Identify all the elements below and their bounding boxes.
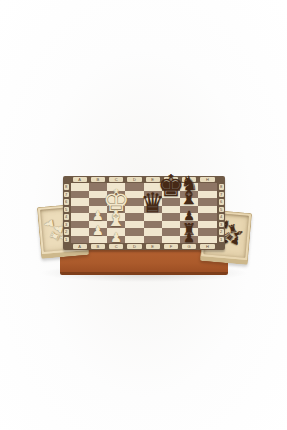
coordinate-label: 7 [64,192,69,198]
coordinate-label: H [200,177,214,182]
coordinate-label: D [127,177,141,182]
white-p-piece-b4[interactable]: ♟ [92,209,104,222]
coordinate-label: 1 [219,237,224,243]
rank-labels-left: 87654321 [64,183,69,243]
rank-labels-right: 87654321 [219,183,224,243]
coordinate-label: 4 [64,214,69,220]
coordinate-label: 2 [64,229,69,235]
product-photo-scene: ♟♟♞♝♜♟ ♟♞♜♝♟♛♟♟ ABCDEFGH ABCDEFGH 876543… [0,0,287,430]
chess-board: ABCDEFGH ABCDEFGH 87654321 87654321 ♚♟♝♟… [63,176,225,250]
coordinate-label: H [200,244,214,249]
coordinate-label: 5 [64,207,69,213]
white-b-piece-c3[interactable]: ♝ [106,208,126,230]
coordinate-label: 4 [219,214,224,220]
coordinate-label: 8 [64,184,69,190]
coordinate-label: 2 [219,229,224,235]
black-q-piece-e5[interactable]: ♛ [141,189,165,216]
coordinate-label: 7 [219,192,224,198]
coordinate-label: 6 [64,199,69,205]
coordinate-label: B [91,244,105,249]
coordinate-label: D [127,244,141,249]
coordinate-label: 8 [219,184,224,190]
white-p-piece-b2[interactable]: ♟ [92,224,104,237]
black-b-piece-g6[interactable]: ♝ [179,186,199,208]
coordinate-label: B [91,177,105,182]
coordinate-label: 3 [64,222,69,228]
coordinate-label: E [146,244,160,249]
coordinate-label: A [73,244,87,249]
white-p-piece-c1[interactable]: ♟ [110,231,122,244]
coordinate-label: A [73,177,87,182]
coordinate-label: 1 [64,237,69,243]
pieces-layer: ♚♟♝♟♟♞♚♝♛♟♜♟ [71,183,217,243]
coordinate-label: F [164,244,178,249]
coordinate-label: 6 [219,199,224,205]
coordinate-label: 5 [219,207,224,213]
coordinate-label: C [109,177,123,182]
black-p-piece-g1[interactable]: ♟ [183,231,195,244]
coordinate-label: 3 [219,222,224,228]
